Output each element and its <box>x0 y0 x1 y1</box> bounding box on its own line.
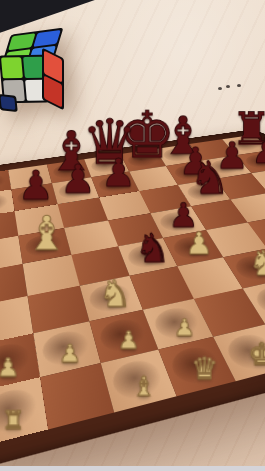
white-rook-a1[interactable]: ♜ <box>2 408 25 433</box>
white-pawn-d2[interactable]: ♟ <box>174 316 195 340</box>
distant-speck <box>218 87 222 90</box>
black-pawn-c7[interactable]: ♟ <box>60 159 96 199</box>
cube-sticker <box>8 33 35 50</box>
white-bishop-b5[interactable]: ♝ <box>26 210 68 257</box>
bottom-bar <box>0 466 265 471</box>
rubiks-cube-left-face <box>0 94 18 112</box>
white-knight-f3[interactable]: ♞ <box>249 246 265 280</box>
white-pawn-a2[interactable]: ♟ <box>0 355 20 381</box>
rubiks-cube-right-face <box>42 48 64 111</box>
cube-sticker <box>0 96 15 110</box>
white-bishop-c1[interactable]: ♝ <box>132 373 156 400</box>
black-pawn-b7[interactable]: ♟ <box>18 165 54 206</box>
black-knight-f6[interactable]: ♞ <box>189 155 230 200</box>
rubiks-cube <box>1 31 65 107</box>
chess-board: ♜♝♛♚♝♜♟♟♟♟♟♟♟♞♝♟♞♟♞♞♟♟♟♟♟♟♟♜♝♛♚♜ <box>0 128 265 471</box>
black-pawn-h7[interactable]: ♟ <box>251 132 265 169</box>
ar-scene: ♜♝♛♚♝♜♟♟♟♟♟♟♟♞♝♟♞♟♞♞♟♟♟♟♟♟♟♜♝♛♚♜ <box>0 0 265 471</box>
cube-sticker <box>1 57 23 78</box>
white-pawn-b2[interactable]: ♟ <box>59 341 81 366</box>
board-grid: ♜♝♛♚♝♜♟♟♟♟♟♟♟♞♝♟♞♟♞♞♟♟♟♟♟♟♟♜♝♛♚♜ <box>0 135 265 448</box>
white-king-e1[interactable]: ♚ <box>248 339 265 369</box>
white-pawn-c2[interactable]: ♟ <box>118 328 140 352</box>
distant-speck <box>226 85 230 88</box>
white-knight-c3[interactable]: ♞ <box>99 276 132 313</box>
white-queen-d1[interactable]: ♛ <box>191 354 218 384</box>
cube-sticker <box>33 30 60 47</box>
square-b5[interactable]: ♝ <box>18 228 71 264</box>
black-pawn-a7[interactable]: ♟ <box>0 171 11 212</box>
square-f3[interactable]: ♞ <box>223 249 265 289</box>
distant-speck <box>237 84 241 87</box>
board-frame: ♜♝♛♚♝♜♟♟♟♟♟♟♟♞♝♟♞♟♞♞♟♟♟♟♟♟♟♜♝♛♚♜ <box>0 128 265 471</box>
black-pawn-d7[interactable]: ♟ <box>101 153 136 192</box>
white-pawn-e4[interactable]: ♟ <box>185 229 212 260</box>
piece-shadow <box>250 283 265 318</box>
black-knight-d4[interactable]: ♞ <box>135 229 171 269</box>
